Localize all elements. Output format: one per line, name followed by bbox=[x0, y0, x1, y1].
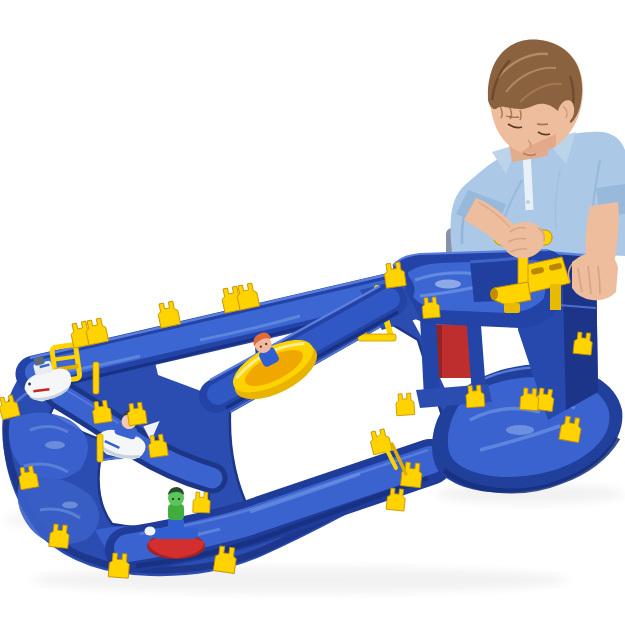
product-photo bbox=[0, 0, 625, 625]
scene-illustration bbox=[0, 0, 625, 625]
waterway-set bbox=[0, 230, 622, 578]
round-boat-figure bbox=[168, 487, 184, 520]
